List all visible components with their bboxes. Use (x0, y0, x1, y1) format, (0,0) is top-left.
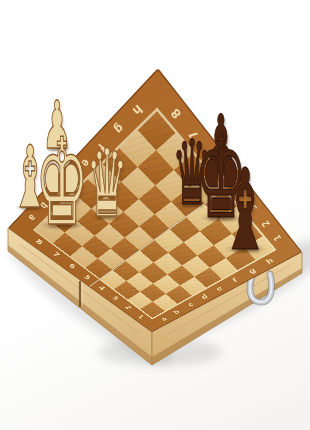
white-king[interactable]: ♚ (35, 123, 89, 243)
black-bishop[interactable]: ♝ (220, 154, 270, 266)
chess-set-photo: 87654321 87654321 hgfedcba hgfedcba ♟♝♚♛… (0, 0, 310, 430)
white-queen[interactable]: ♛ (86, 137, 128, 231)
